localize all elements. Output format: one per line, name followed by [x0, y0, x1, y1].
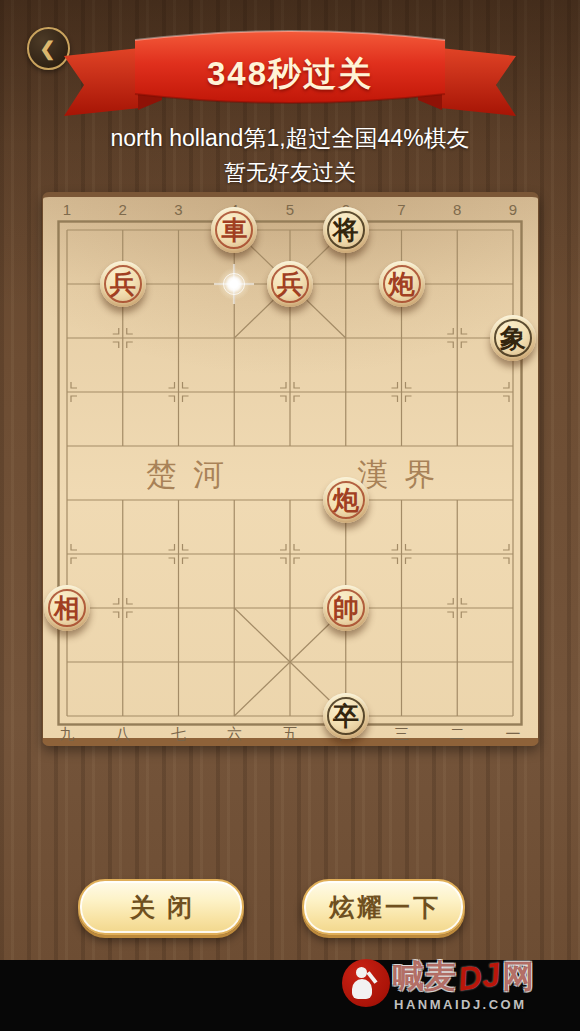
piece-black-象: 象	[490, 315, 536, 361]
top-file-label: 2	[108, 201, 138, 219]
top-file-label: 3	[164, 201, 194, 219]
friends-text: 暂无好友过关	[0, 158, 580, 188]
piece-black-卒: 卒	[323, 693, 369, 739]
close-button[interactable]: 关闭	[78, 879, 244, 935]
top-file-label: 8	[442, 201, 472, 219]
ribbon-banner: 348秒过关	[60, 24, 520, 116]
banner-text: 348秒过关	[60, 52, 520, 97]
piece-black-将: 将	[323, 207, 369, 253]
piece-red-兵: 兵	[100, 261, 146, 307]
piece-red-炮: 炮	[323, 477, 369, 523]
showoff-button[interactable]: 炫耀一下	[302, 879, 465, 935]
bottom-file-label: 一	[498, 725, 528, 743]
top-file-label: 7	[387, 201, 417, 219]
piece-red-炮: 炮	[379, 261, 425, 307]
bottom-file-label: 八	[108, 725, 138, 743]
bottom-file-label: 五	[275, 725, 305, 743]
piece-red-相: 相	[44, 585, 90, 631]
chevron-left-icon: ❮	[40, 37, 56, 60]
level-complete-screen: ❮ 348秒过关 north holland第1,超过全国44%棋友 暂无好友过…	[0, 0, 580, 1031]
top-file-label: 9	[498, 201, 528, 219]
bottom-file-label: 七	[164, 725, 194, 743]
piece-red-兵: 兵	[267, 261, 313, 307]
piece-red-帥: 帥	[323, 585, 369, 631]
top-file-label: 1	[52, 201, 82, 219]
xiangqi-board: 楚河 漢界 123456789九八七六五四三二一 車将兵兵炮象炮相帥卒	[42, 192, 539, 746]
top-file-label: 5	[275, 201, 305, 219]
piece-red-車: 車	[211, 207, 257, 253]
bottom-file-label: 六	[219, 725, 249, 743]
android-nav-bar	[0, 960, 580, 1031]
rank-text: north holland第1,超过全国44%棋友	[0, 123, 580, 154]
bottom-file-label: 九	[52, 725, 82, 743]
bottom-file-label: 三	[387, 725, 417, 743]
bottom-file-label: 二	[442, 725, 472, 743]
river-left-label: 楚河	[100, 454, 270, 496]
